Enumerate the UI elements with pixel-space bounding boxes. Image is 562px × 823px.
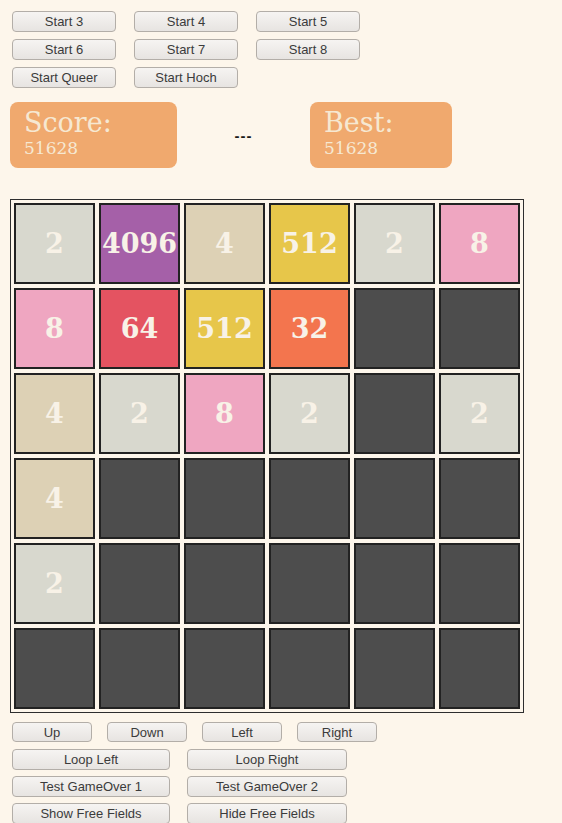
score-section: Score: 51628 --- Best: 51628 (10, 102, 562, 168)
button-loop-right[interactable]: Loop Right (187, 749, 347, 770)
button-right[interactable]: Right (297, 722, 377, 742)
empty-cell-r6c3 (184, 628, 265, 709)
tile-2-r1c5: 2 (354, 203, 435, 284)
tile-4-r1c3: 4 (184, 203, 265, 284)
button-left[interactable]: Left (202, 722, 282, 742)
tile-4096-r1c2: 4096 (99, 203, 180, 284)
move-controls: Up Down Left Right Loop Left Loop Right … (12, 722, 562, 823)
empty-cell-r5c2 (99, 543, 180, 624)
button-start-queer[interactable]: Start Queer (12, 67, 116, 88)
empty-cell-r2c6 (439, 288, 520, 369)
button-test-gameover-2[interactable]: Test GameOver 2 (187, 776, 347, 797)
tile-2-r3c2: 2 (99, 373, 180, 454)
board-grid: 24096451228864512324282242 (14, 203, 520, 709)
empty-cell-r4c4 (269, 458, 350, 539)
empty-cell-r5c6 (439, 543, 520, 624)
empty-cell-r6c2 (99, 628, 180, 709)
button-start-3[interactable]: Start 3 (12, 11, 116, 32)
score-label: Score: (24, 108, 177, 138)
empty-cell-r5c5 (354, 543, 435, 624)
start-controls: Start 3 Start 4 Start 5 Start 6 Start 7 … (0, 0, 562, 88)
tile-2-r1c1: 2 (14, 203, 95, 284)
button-start-hoch[interactable]: Start Hoch (134, 67, 238, 88)
tile-2-r3c6: 2 (439, 373, 520, 454)
game-board: 24096451228864512324282242 (10, 199, 524, 713)
tile-512-r2c3: 512 (184, 288, 265, 369)
empty-cell-r4c2 (99, 458, 180, 539)
empty-cell-r6c6 (439, 628, 520, 709)
tile-2-r5c1: 2 (14, 543, 95, 624)
button-start-5[interactable]: Start 5 (256, 11, 360, 32)
empty-cell-r4c6 (439, 458, 520, 539)
empty-cell-r3c5 (354, 373, 435, 454)
tile-2-r3c4: 2 (269, 373, 350, 454)
tile-8-r2c1: 8 (14, 288, 95, 369)
empty-cell-r2c5 (354, 288, 435, 369)
best-value: 51628 (324, 138, 452, 158)
button-show-free-fields[interactable]: Show Free Fields (12, 803, 170, 823)
button-test-gameover-1[interactable]: Test GameOver 1 (12, 776, 170, 797)
button-start-4[interactable]: Start 4 (134, 11, 238, 32)
best-box: Best: 51628 (310, 102, 452, 168)
empty-cell-r6c5 (354, 628, 435, 709)
empty-cell-r4c3 (184, 458, 265, 539)
button-up[interactable]: Up (12, 722, 92, 742)
tile-512-r1c4: 512 (269, 203, 350, 284)
tile-4-r4c1: 4 (14, 458, 95, 539)
tile-32-r2c4: 32 (269, 288, 350, 369)
score-box: Score: 51628 (10, 102, 177, 168)
best-label: Best: (324, 108, 452, 138)
empty-cell-r5c4 (269, 543, 350, 624)
button-start-8[interactable]: Start 8 (256, 39, 360, 60)
score-separator: --- (177, 127, 310, 144)
empty-cell-r5c3 (184, 543, 265, 624)
button-down[interactable]: Down (107, 722, 187, 742)
button-start-7[interactable]: Start 7 (134, 39, 238, 60)
tile-8-r3c3: 8 (184, 373, 265, 454)
empty-cell-r4c5 (354, 458, 435, 539)
empty-cell-r6c4 (269, 628, 350, 709)
button-loop-left[interactable]: Loop Left (12, 749, 170, 770)
tile-4-r3c1: 4 (14, 373, 95, 454)
score-value: 51628 (24, 138, 177, 158)
tile-64-r2c2: 64 (99, 288, 180, 369)
button-start-6[interactable]: Start 6 (12, 39, 116, 60)
button-hide-free-fields[interactable]: Hide Free Fields (187, 803, 347, 823)
empty-cell-r6c1 (14, 628, 95, 709)
tile-8-r1c6: 8 (439, 203, 520, 284)
